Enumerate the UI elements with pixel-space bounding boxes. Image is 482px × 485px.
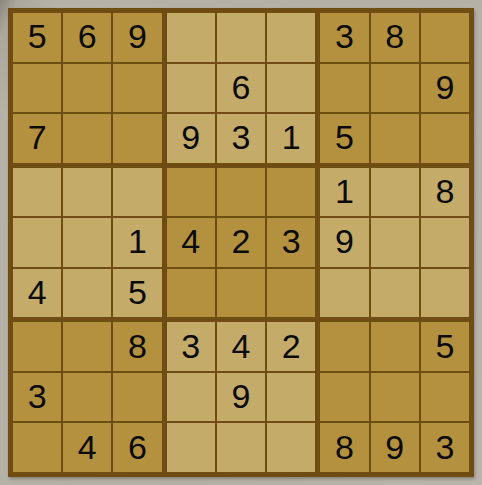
cell-r8c9[interactable] — [421, 373, 469, 422]
cell-r8c6[interactable] — [267, 373, 315, 422]
cell-r7c9[interactable]: 5 — [421, 322, 469, 371]
cell-r9c3[interactable]: 6 — [113, 423, 161, 472]
cell-r9c9[interactable]: 3 — [421, 423, 469, 472]
box-r2c0: 8346 — [13, 322, 162, 472]
cell-r6c2[interactable] — [63, 269, 111, 318]
cell-r7c7[interactable] — [320, 322, 368, 371]
cell-r2c4[interactable] — [167, 64, 215, 113]
sudoku-board: 5697 6931 3895 145 423 189 8346 3429 589… — [8, 8, 474, 477]
box-r2c1: 3429 — [167, 322, 316, 472]
cell-r3c2[interactable] — [63, 114, 111, 163]
cell-r1c3[interactable]: 9 — [113, 13, 161, 62]
cell-r4c5[interactable] — [217, 168, 265, 217]
cell-r2c3[interactable] — [113, 64, 161, 113]
box-r1c0: 145 — [13, 168, 162, 318]
cell-r4c9[interactable]: 8 — [421, 168, 469, 217]
cell-r9c8[interactable]: 9 — [371, 423, 419, 472]
cell-r7c3[interactable]: 8 — [113, 322, 161, 371]
cell-r6c9[interactable] — [421, 269, 469, 318]
cell-r9c5[interactable] — [217, 423, 265, 472]
cell-r4c1[interactable] — [13, 168, 61, 217]
cell-r7c1[interactable] — [13, 322, 61, 371]
cell-r2c7[interactable] — [320, 64, 368, 113]
cell-r8c1[interactable]: 3 — [13, 373, 61, 422]
cell-r4c2[interactable] — [63, 168, 111, 217]
cell-r4c7[interactable]: 1 — [320, 168, 368, 217]
cell-r1c2[interactable]: 6 — [63, 13, 111, 62]
cell-r3c3[interactable] — [113, 114, 161, 163]
cell-r1c6[interactable] — [267, 13, 315, 62]
cell-r5c1[interactable] — [13, 218, 61, 267]
box-r0c0: 5697 — [13, 13, 162, 163]
cell-r5c3[interactable]: 1 — [113, 218, 161, 267]
cell-r9c7[interactable]: 8 — [320, 423, 368, 472]
cell-r5c7[interactable]: 9 — [320, 218, 368, 267]
cell-r7c8[interactable] — [371, 322, 419, 371]
cell-r7c2[interactable] — [63, 322, 111, 371]
cell-r6c7[interactable] — [320, 269, 368, 318]
cell-r1c1[interactable]: 5 — [13, 13, 61, 62]
cell-r1c9[interactable] — [421, 13, 469, 62]
cell-r7c4[interactable]: 3 — [167, 322, 215, 371]
cell-r5c2[interactable] — [63, 218, 111, 267]
box-r2c2: 5893 — [320, 322, 469, 472]
cell-r2c1[interactable] — [13, 64, 61, 113]
cell-r6c3[interactable]: 5 — [113, 269, 161, 318]
cell-r9c4[interactable] — [167, 423, 215, 472]
cell-r2c6[interactable] — [267, 64, 315, 113]
box-r0c1: 6931 — [167, 13, 316, 163]
box-r1c1: 423 — [167, 168, 316, 318]
cell-r9c6[interactable] — [267, 423, 315, 472]
cell-r8c8[interactable] — [371, 373, 419, 422]
cell-r5c9[interactable] — [421, 218, 469, 267]
cell-r4c6[interactable] — [267, 168, 315, 217]
cell-r5c6[interactable]: 3 — [267, 218, 315, 267]
cell-r3c6[interactable]: 1 — [267, 114, 315, 163]
cell-r5c8[interactable] — [371, 218, 419, 267]
cell-r5c5[interactable]: 2 — [217, 218, 265, 267]
cell-r2c9[interactable]: 9 — [421, 64, 469, 113]
cell-r4c3[interactable] — [113, 168, 161, 217]
cell-r3c1[interactable]: 7 — [13, 114, 61, 163]
cell-r1c8[interactable]: 8 — [371, 13, 419, 62]
cell-r3c5[interactable]: 3 — [217, 114, 265, 163]
cell-r3c8[interactable] — [371, 114, 419, 163]
cell-r3c4[interactable]: 9 — [167, 114, 215, 163]
cell-r4c4[interactable] — [167, 168, 215, 217]
cell-r8c4[interactable] — [167, 373, 215, 422]
cell-r4c8[interactable] — [371, 168, 419, 217]
cell-r6c4[interactable] — [167, 269, 215, 318]
cell-r6c8[interactable] — [371, 269, 419, 318]
cell-r3c7[interactable]: 5 — [320, 114, 368, 163]
cell-r8c3[interactable] — [113, 373, 161, 422]
cell-r9c2[interactable]: 4 — [63, 423, 111, 472]
cell-r2c8[interactable] — [371, 64, 419, 113]
cell-r8c7[interactable] — [320, 373, 368, 422]
cell-r2c5[interactable]: 6 — [217, 64, 265, 113]
cell-r9c1[interactable] — [13, 423, 61, 472]
cell-r2c2[interactable] — [63, 64, 111, 113]
cell-r8c5[interactable]: 9 — [217, 373, 265, 422]
cell-r6c5[interactable] — [217, 269, 265, 318]
cell-r1c5[interactable] — [217, 13, 265, 62]
cell-r7c5[interactable]: 4 — [217, 322, 265, 371]
box-r1c2: 189 — [320, 168, 469, 318]
cell-r1c4[interactable] — [167, 13, 215, 62]
cell-r8c2[interactable] — [63, 373, 111, 422]
box-r0c2: 3895 — [320, 13, 469, 163]
cell-r6c6[interactable] — [267, 269, 315, 318]
cell-r7c6[interactable]: 2 — [267, 322, 315, 371]
cell-r5c4[interactable]: 4 — [167, 218, 215, 267]
cell-r3c9[interactable] — [421, 114, 469, 163]
cell-r6c1[interactable]: 4 — [13, 269, 61, 318]
cell-r1c7[interactable]: 3 — [320, 13, 368, 62]
